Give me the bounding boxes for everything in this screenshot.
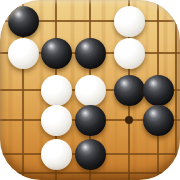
go-board: [0, 0, 180, 180]
black-stone: [41, 38, 72, 69]
white-stone: [114, 6, 145, 37]
white-stone: [41, 75, 72, 106]
black-stone: [75, 139, 106, 170]
black-stone: [114, 75, 145, 106]
white-stone: [41, 105, 72, 136]
black-stone: [143, 75, 174, 106]
white-stone: [114, 38, 145, 69]
black-stone: [75, 105, 106, 136]
black-stone: [75, 38, 106, 69]
hoshi-point: [125, 116, 133, 124]
black-stone: [8, 6, 39, 37]
white-stone: [41, 139, 72, 170]
go-app-icon[interactable]: [0, 0, 180, 180]
white-stone: [8, 38, 39, 69]
white-stone: [75, 75, 106, 106]
grid-line-horizontal: [0, 172, 180, 174]
black-stone: [143, 105, 174, 136]
